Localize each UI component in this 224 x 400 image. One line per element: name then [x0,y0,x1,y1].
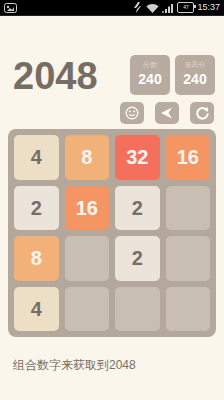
status-bar-right: 47 15:37 [132,2,220,13]
signal-strength-icon [162,3,174,13]
battery-icon: 47 [177,2,194,13]
header: 2048 分数 240 最高分 240 [0,16,224,95]
screenshot-notification-icon [4,3,17,13]
score-panel: 分数 240 最高分 240 [130,55,215,95]
tile-16: 16 [166,135,211,180]
best-score-value: 240 [175,72,215,86]
tile-2: 2 [14,186,59,231]
empty-cell [166,186,211,231]
game-board[interactable]: 4832162162824 [8,129,216,337]
tile-8: 8 [65,135,110,180]
score-label: 分数 [130,61,170,68]
tile-16: 16 [65,186,110,231]
best-score-box: 最高分 240 [175,55,215,95]
status-bar: 47 15:37 [0,0,224,16]
smiley-icon [125,106,139,120]
score-box: 分数 240 [130,55,170,95]
app-title: 2048 [13,57,98,95]
screen: 47 15:37 2048 分数 240 最高分 240 [0,0,224,400]
score-value: 240 [130,72,170,86]
tile-8: 8 [14,236,59,281]
empty-cell [65,236,110,281]
control-bar [0,95,224,124]
empty-cell [115,287,160,332]
empty-cell [166,236,211,281]
clock: 15:37 [197,3,220,12]
tile-32: 32 [115,135,160,180]
empty-cell [166,287,211,332]
hint-text: 组合数字来获取到2048 [13,357,211,374]
wifi-icon [146,3,159,13]
tile-4: 4 [14,135,59,180]
undo-arrow-icon [160,107,175,120]
status-bar-left [4,3,17,13]
tile-2: 2 [115,236,160,281]
tile-2: 2 [115,186,160,231]
empty-cell [65,287,110,332]
undo-button[interactable] [155,102,179,124]
refresh-icon [195,106,210,121]
emoji-button[interactable] [120,102,144,124]
restart-button[interactable] [190,102,214,124]
flash-off-icon [132,2,143,13]
best-score-label: 最高分 [175,61,215,68]
tile-4: 4 [14,287,59,332]
battery-level: 47 [183,5,189,10]
